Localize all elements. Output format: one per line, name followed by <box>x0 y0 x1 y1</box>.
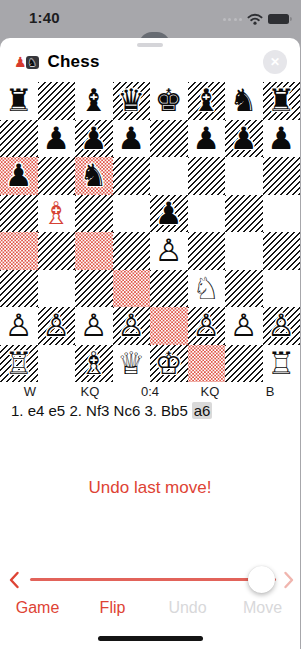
piece-d2: ♙ <box>117 307 145 345</box>
modal-sheet: ♟ ♞ Chess ✕ ♜♝♛♚♝♞♜♟♟♟♟♟♟♟♞♗♟♙♘♙♙♙♙♙♙♙♖♗… <box>0 38 300 649</box>
battery-icon <box>268 14 289 24</box>
square-c5[interactable] <box>75 195 113 233</box>
piece-h2: ♙ <box>267 307 295 345</box>
square-a8[interactable]: ♜ <box>0 82 38 120</box>
square-g6[interactable] <box>225 157 263 195</box>
toolbar-button-flip[interactable]: Flip <box>75 599 150 617</box>
chevron-right-icon[interactable] <box>282 570 296 590</box>
square-f1[interactable] <box>188 345 226 383</box>
close-button[interactable]: ✕ <box>263 50 287 74</box>
square-f6[interactable] <box>188 157 226 195</box>
app-icon: ♟ ♞ <box>14 55 39 69</box>
square-d1[interactable]: ♕ <box>113 345 151 383</box>
square-e1[interactable]: ♔ <box>150 345 188 383</box>
slider-thumb[interactable] <box>248 566 275 593</box>
piece-c6: ♞ <box>80 157 108 195</box>
move-history-slider <box>0 562 300 598</box>
square-h2[interactable]: ♙ <box>263 307 301 345</box>
square-c4[interactable] <box>75 232 113 270</box>
page-title: Chess <box>48 52 100 72</box>
piece-d1: ♕ <box>117 345 145 383</box>
square-c3[interactable] <box>75 270 113 308</box>
piece-g2: ♙ <box>230 307 258 345</box>
square-b5[interactable]: ♗ <box>38 195 76 233</box>
cellular-signal-icon <box>223 18 243 21</box>
square-b7[interactable]: ♟ <box>38 120 76 158</box>
square-a3[interactable] <box>0 270 38 308</box>
square-c1[interactable]: ♗ <box>75 345 113 383</box>
square-d7[interactable]: ♟ <box>113 120 151 158</box>
square-g4[interactable] <box>225 232 263 270</box>
square-d2[interactable]: ♙ <box>113 307 151 345</box>
piece-a1: ♖ <box>5 345 33 383</box>
piece-e4: ♙ <box>155 232 183 270</box>
piece-g7: ♟ <box>230 120 258 158</box>
selected-move[interactable]: a6 <box>192 402 213 419</box>
square-h4[interactable] <box>263 232 301 270</box>
square-c6[interactable]: ♞ <box>75 157 113 195</box>
piece-f8: ♝ <box>192 82 220 120</box>
toolbar-button-undo[interactable]: Undo <box>150 599 225 617</box>
square-a1[interactable]: ♖ <box>0 345 38 383</box>
square-f7[interactable]: ♟ <box>188 120 226 158</box>
square-f4[interactable] <box>188 232 226 270</box>
square-b6[interactable] <box>38 157 76 195</box>
piece-d7: ♟ <box>117 120 145 158</box>
piece-b2: ♙ <box>42 307 70 345</box>
piece-h8: ♜ <box>267 82 295 120</box>
piece-c8: ♝ <box>80 82 108 120</box>
square-b1[interactable] <box>38 345 76 383</box>
slider-track[interactable] <box>30 578 276 581</box>
square-h1[interactable]: ♖ <box>263 345 301 383</box>
square-b8[interactable] <box>38 82 76 120</box>
side-to-move-label: W <box>0 384 60 399</box>
square-d8[interactable]: ♛ <box>113 82 151 120</box>
square-a2[interactable]: ♙ <box>0 307 38 345</box>
knight-badge-icon: ♞ <box>26 56 39 69</box>
piece-d8: ♛ <box>117 82 145 120</box>
piece-f2: ♙ <box>192 307 220 345</box>
piece-e5: ♟ <box>155 195 183 233</box>
status-time: 1:40 <box>29 9 60 26</box>
square-c8[interactable]: ♝ <box>75 82 113 120</box>
home-indicator[interactable] <box>98 636 203 641</box>
square-c2[interactable]: ♙ <box>75 307 113 345</box>
square-g2[interactable]: ♙ <box>225 307 263 345</box>
wifi-icon <box>247 13 263 25</box>
piece-b5: ♗ <box>42 195 70 233</box>
square-g5[interactable] <box>225 195 263 233</box>
square-e8[interactable]: ♚ <box>150 82 188 120</box>
red-pawn-icon: ♟ <box>14 55 27 69</box>
square-a6[interactable]: ♟ <box>0 157 38 195</box>
square-f8[interactable]: ♝ <box>188 82 226 120</box>
piece-c2: ♙ <box>80 307 108 345</box>
square-h6[interactable] <box>263 157 301 195</box>
piece-h7: ♟ <box>267 120 295 158</box>
piece-h1: ♖ <box>267 345 295 383</box>
piece-f7: ♟ <box>192 120 220 158</box>
nav-bar: ♟ ♞ Chess ✕ <box>0 48 300 76</box>
square-h7[interactable]: ♟ <box>263 120 301 158</box>
phone-screen: 1:40 ♟ ♞ Chess ✕ ♜♝♛♚♝♞♜♟♟♟♟♟♟♟♞♗♟♙♘♙♙♙♙… <box>0 0 300 649</box>
square-e5[interactable]: ♟ <box>150 195 188 233</box>
piece-a6: ♟ <box>5 157 33 195</box>
piece-a2: ♙ <box>5 307 33 345</box>
piece-a8: ♜ <box>5 82 33 120</box>
chevron-left-icon[interactable] <box>7 570 21 590</box>
piece-f3: ♘ <box>192 270 220 308</box>
square-a7[interactable] <box>0 120 38 158</box>
piece-e1: ♔ <box>155 345 183 383</box>
square-d5[interactable] <box>113 195 151 233</box>
game-info-bar: W KQ 0:4 KQ B <box>0 384 300 399</box>
square-d4[interactable] <box>113 232 151 270</box>
piece-c7: ♟ <box>80 120 108 158</box>
chess-board: ♜♝♛♚♝♞♜♟♟♟♟♟♟♟♞♗♟♙♘♙♙♙♙♙♙♙♖♗♕♔♖ <box>0 82 300 382</box>
square-g7[interactable]: ♟ <box>225 120 263 158</box>
status-bar: 1:40 <box>0 0 300 34</box>
square-h5[interactable] <box>263 195 301 233</box>
square-e7[interactable] <box>150 120 188 158</box>
black-side-label: B <box>240 384 300 399</box>
move-list: 1. e4 e5 2. Nf3 Nc6 3. Bb5a6 <box>11 402 291 419</box>
square-e2[interactable] <box>150 307 188 345</box>
bottom-toolbar: Game Flip Undo Move <box>0 599 300 617</box>
square-a5[interactable] <box>0 195 38 233</box>
status-icons <box>223 13 290 25</box>
hint-message: Undo last move! <box>0 478 300 498</box>
square-g1[interactable] <box>225 345 263 383</box>
square-f3[interactable]: ♘ <box>188 270 226 308</box>
square-d3[interactable] <box>113 270 151 308</box>
square-g3[interactable] <box>225 270 263 308</box>
white-castling-label: KQ <box>60 384 120 399</box>
square-f2[interactable]: ♙ <box>188 307 226 345</box>
square-b2[interactable]: ♙ <box>38 307 76 345</box>
square-f5[interactable] <box>188 195 226 233</box>
square-h8[interactable]: ♜ <box>263 82 301 120</box>
square-b4[interactable] <box>38 232 76 270</box>
piece-c1: ♗ <box>80 345 108 383</box>
move-list-text: 1. e4 e5 2. Nf3 Nc6 3. Bb5 <box>11 402 188 419</box>
square-e3[interactable] <box>150 270 188 308</box>
square-h3[interactable] <box>263 270 301 308</box>
square-a4[interactable] <box>0 232 38 270</box>
move-counter-label: 0:4 <box>120 384 180 399</box>
sheet-drag-handle[interactable] <box>137 43 163 47</box>
black-castling-label: KQ <box>180 384 240 399</box>
piece-g8: ♞ <box>230 82 258 120</box>
toolbar-button-game[interactable]: Game <box>0 599 75 617</box>
square-d6[interactable] <box>113 157 151 195</box>
square-c7[interactable]: ♟ <box>75 120 113 158</box>
piece-b7: ♟ <box>42 120 70 158</box>
square-b3[interactable] <box>38 270 76 308</box>
square-e6[interactable] <box>150 157 188 195</box>
toolbar-button-move[interactable]: Move <box>225 599 300 617</box>
square-g8[interactable]: ♞ <box>225 82 263 120</box>
piece-e8: ♚ <box>155 82 183 120</box>
square-e4[interactable]: ♙ <box>150 232 188 270</box>
